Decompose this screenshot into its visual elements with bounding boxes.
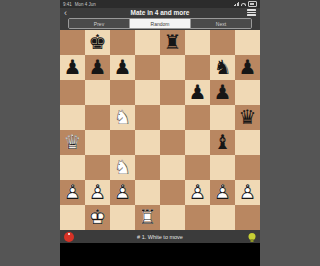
- status-bar: 9:41 Mon 4 Jun: [60, 0, 260, 8]
- square-e7[interactable]: [160, 55, 185, 80]
- square-c2[interactable]: ♟♙: [110, 180, 135, 205]
- square-c5[interactable]: ♞♘: [110, 105, 135, 130]
- signal-icon: [234, 2, 240, 6]
- square-a6[interactable]: [60, 80, 85, 105]
- square-f4[interactable]: [185, 130, 210, 155]
- wifi-icon: [241, 3, 246, 6]
- square-f1[interactable]: [185, 205, 210, 230]
- square-f7[interactable]: [185, 55, 210, 80]
- white-rook: ♜♖: [135, 205, 160, 230]
- page-title: Mate in 4 and more: [60, 9, 260, 16]
- square-b6[interactable]: [85, 80, 110, 105]
- square-a3[interactable]: [60, 155, 85, 180]
- square-f6[interactable]: ♟: [185, 80, 210, 105]
- black-pawn: ♟: [60, 55, 85, 80]
- square-h5[interactable]: ♛: [235, 105, 260, 130]
- black-king: ♚: [85, 30, 110, 55]
- square-g7[interactable]: ♞: [210, 55, 235, 80]
- square-e1[interactable]: [160, 205, 185, 230]
- square-e6[interactable]: [160, 80, 185, 105]
- white-king: ♚♔: [85, 205, 110, 230]
- square-f5[interactable]: [185, 105, 210, 130]
- square-e5[interactable]: [160, 105, 185, 130]
- square-c4[interactable]: [110, 130, 135, 155]
- black-queen: ♛: [235, 105, 260, 130]
- status-time: 9:41: [63, 2, 72, 7]
- home-area: [60, 243, 260, 266]
- square-d2[interactable]: [135, 180, 160, 205]
- square-a1[interactable]: [60, 205, 85, 230]
- square-h8[interactable]: [235, 30, 260, 55]
- chess-board: ♚♜♟♟♟♞♟♟♟♞♘♛♛♕♝♞♘♟♙♟♙♟♙♟♙♟♙♟♙♚♔♜♖: [60, 30, 260, 230]
- white-knight: ♞♘: [110, 155, 135, 180]
- battery-icon: [248, 1, 257, 7]
- white-queen: ♛♕: [60, 130, 85, 155]
- square-e2[interactable]: [160, 180, 185, 205]
- square-f2[interactable]: ♟♙: [185, 180, 210, 205]
- square-d1[interactable]: ♜♖: [135, 205, 160, 230]
- square-a7[interactable]: ♟: [60, 55, 85, 80]
- square-h4[interactable]: [235, 130, 260, 155]
- white-pawn: ♟♙: [110, 180, 135, 205]
- app-screen: 9:41 Mon 4 Jun ‹ Mate in 4 and more Prev…: [60, 0, 260, 266]
- black-pawn: ♟: [185, 80, 210, 105]
- status-date: Mon 4 Jun: [75, 2, 96, 7]
- square-h1[interactable]: [235, 205, 260, 230]
- square-d3[interactable]: [135, 155, 160, 180]
- square-d4[interactable]: [135, 130, 160, 155]
- black-knight: ♞: [210, 55, 235, 80]
- square-g8[interactable]: [210, 30, 235, 55]
- square-b2[interactable]: ♟♙: [85, 180, 110, 205]
- square-b4[interactable]: [85, 130, 110, 155]
- square-g2[interactable]: ♟♙: [210, 180, 235, 205]
- square-b7[interactable]: ♟: [85, 55, 110, 80]
- square-d6[interactable]: [135, 80, 160, 105]
- white-pawn: ♟♙: [235, 180, 260, 205]
- segmented-control: Prev Random Next: [68, 18, 252, 29]
- white-pawn: ♟♙: [185, 180, 210, 205]
- tab-random[interactable]: Random: [129, 19, 190, 28]
- square-g6[interactable]: ♟: [210, 80, 235, 105]
- square-b1[interactable]: ♚♔: [85, 205, 110, 230]
- white-knight: ♞♘: [110, 105, 135, 130]
- square-e8[interactable]: ♜: [160, 30, 185, 55]
- black-rook: ♜: [160, 30, 185, 55]
- square-a4[interactable]: ♛♕: [60, 130, 85, 155]
- square-d7[interactable]: [135, 55, 160, 80]
- bottom-bar: # 1. White to move: [60, 230, 260, 243]
- puzzle-status-text: # 1. White to move: [60, 234, 260, 240]
- tabs-row: Prev Random Next: [60, 17, 260, 30]
- black-pawn: ♟: [235, 55, 260, 80]
- square-f8[interactable]: [185, 30, 210, 55]
- square-e3[interactable]: [160, 155, 185, 180]
- square-g4[interactable]: ♝: [210, 130, 235, 155]
- black-bishop: ♝: [210, 130, 235, 155]
- square-g3[interactable]: [210, 155, 235, 180]
- square-g1[interactable]: [210, 205, 235, 230]
- square-h7[interactable]: ♟: [235, 55, 260, 80]
- square-c7[interactable]: ♟: [110, 55, 135, 80]
- square-a5[interactable]: [60, 105, 85, 130]
- white-pawn: ♟♙: [85, 180, 110, 205]
- square-g5[interactable]: [210, 105, 235, 130]
- square-f3[interactable]: [185, 155, 210, 180]
- white-pawn: ♟♙: [60, 180, 85, 205]
- nav-bar: ‹ Mate in 4 and more: [60, 8, 260, 17]
- square-a8[interactable]: [60, 30, 85, 55]
- square-c1[interactable]: [110, 205, 135, 230]
- square-b8[interactable]: ♚: [85, 30, 110, 55]
- tab-prev[interactable]: Prev: [69, 19, 129, 28]
- black-pawn: ♟: [110, 55, 135, 80]
- black-pawn: ♟: [210, 80, 235, 105]
- white-pawn: ♟♙: [210, 180, 235, 205]
- hint-lightbulb-icon[interactable]: [248, 233, 256, 241]
- square-h2[interactable]: ♟♙: [235, 180, 260, 205]
- square-b5[interactable]: [85, 105, 110, 130]
- square-c6[interactable]: [110, 80, 135, 105]
- square-d8[interactable]: [135, 30, 160, 55]
- square-b3[interactable]: [85, 155, 110, 180]
- tab-next[interactable]: Next: [190, 19, 251, 28]
- black-pawn: ♟: [85, 55, 110, 80]
- square-e4[interactable]: [160, 130, 185, 155]
- square-c8[interactable]: [110, 30, 135, 55]
- square-h3[interactable]: [235, 155, 260, 180]
- square-h6[interactable]: [235, 80, 260, 105]
- square-a2[interactable]: ♟♙: [60, 180, 85, 205]
- square-d5[interactable]: [135, 105, 160, 130]
- square-c3[interactable]: ♞♘: [110, 155, 135, 180]
